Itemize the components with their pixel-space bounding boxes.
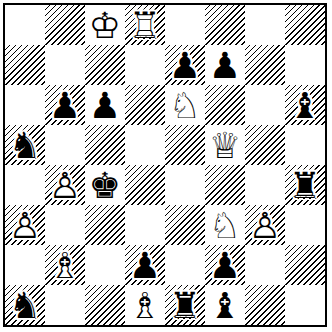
square-b8[interactable] xyxy=(45,5,85,45)
square-g6[interactable] xyxy=(245,85,285,125)
square-d5[interactable] xyxy=(125,125,165,165)
piece-glyph: ♝ xyxy=(285,85,325,125)
piece-white-king: ♚♔ xyxy=(85,5,125,45)
piece-black-pawn: ♟ xyxy=(205,245,245,285)
square-h5[interactable] xyxy=(285,125,325,165)
square-h8[interactable] xyxy=(285,5,325,45)
square-d2[interactable]: ♟ xyxy=(125,245,165,285)
piece-outline-layer: ♖ xyxy=(125,5,165,45)
piece-glyph: ♜ xyxy=(285,165,325,205)
chess-board: ♚♔♜♖♟♟♟♟♞♘♝♞♛♕♟♙♚♜♟♙♞♘♟♙♝♗♟♟♞♝♗♜♝ xyxy=(5,5,325,325)
square-b2[interactable]: ♝♗ xyxy=(45,245,85,285)
square-g5[interactable] xyxy=(245,125,285,165)
piece-white-pawn: ♟♙ xyxy=(5,205,45,245)
square-c7[interactable] xyxy=(85,45,125,85)
square-h7[interactable] xyxy=(285,45,325,85)
square-e4[interactable] xyxy=(165,165,205,205)
square-d3[interactable] xyxy=(125,205,165,245)
piece-black-rook: ♜ xyxy=(165,285,205,325)
square-e3[interactable] xyxy=(165,205,205,245)
square-b1[interactable] xyxy=(45,285,85,325)
square-a4[interactable] xyxy=(5,165,45,205)
piece-white-bishop: ♝♗ xyxy=(45,245,85,285)
square-b4[interactable]: ♟♙ xyxy=(45,165,85,205)
square-e5[interactable] xyxy=(165,125,205,165)
square-b6[interactable]: ♟ xyxy=(45,85,85,125)
piece-glyph: ♝ xyxy=(205,285,245,325)
piece-outline-layer: ♗ xyxy=(125,285,165,325)
square-d7[interactable] xyxy=(125,45,165,85)
square-f4[interactable] xyxy=(205,165,245,205)
piece-black-pawn: ♟ xyxy=(85,85,125,125)
square-e6[interactable]: ♞♘ xyxy=(165,85,205,125)
square-a8[interactable] xyxy=(5,5,45,45)
piece-glyph: ♟ xyxy=(125,245,165,285)
piece-black-pawn: ♟ xyxy=(45,85,85,125)
square-a1[interactable]: ♞ xyxy=(5,285,45,325)
chess-board-frame: ♚♔♜♖♟♟♟♟♞♘♝♞♛♕♟♙♚♜♟♙♞♘♟♙♝♗♟♟♞♝♗♜♝ xyxy=(3,3,327,327)
piece-glyph: ♚ xyxy=(85,165,125,205)
square-d8[interactable]: ♜♖ xyxy=(125,5,165,45)
square-e8[interactable] xyxy=(165,5,205,45)
piece-white-pawn: ♟♙ xyxy=(245,205,285,245)
piece-black-pawn: ♟ xyxy=(165,45,205,85)
piece-outline-layer: ♔ xyxy=(85,5,125,45)
square-g8[interactable] xyxy=(245,5,285,45)
square-b3[interactable] xyxy=(45,205,85,245)
square-b7[interactable] xyxy=(45,45,85,85)
piece-glyph: ♞ xyxy=(5,125,45,165)
piece-outline-layer: ♘ xyxy=(165,85,205,125)
piece-white-pawn: ♟♙ xyxy=(45,165,85,205)
piece-black-bishop: ♝ xyxy=(205,285,245,325)
square-c8[interactable]: ♚♔ xyxy=(85,5,125,45)
piece-outline-layer: ♙ xyxy=(245,205,285,245)
piece-outline-layer: ♙ xyxy=(5,205,45,245)
piece-black-pawn: ♟ xyxy=(125,245,165,285)
piece-glyph: ♟ xyxy=(205,45,245,85)
piece-glyph: ♟ xyxy=(45,85,85,125)
square-d4[interactable] xyxy=(125,165,165,205)
square-e7[interactable]: ♟ xyxy=(165,45,205,85)
square-f5[interactable]: ♛♕ xyxy=(205,125,245,165)
piece-glyph: ♟ xyxy=(165,45,205,85)
piece-white-knight: ♞♘ xyxy=(165,85,205,125)
square-h3[interactable] xyxy=(285,205,325,245)
square-f1[interactable]: ♝ xyxy=(205,285,245,325)
square-c4[interactable]: ♚ xyxy=(85,165,125,205)
piece-black-knight: ♞ xyxy=(5,285,45,325)
piece-black-pawn: ♟ xyxy=(205,45,245,85)
square-b5[interactable] xyxy=(45,125,85,165)
square-h4[interactable]: ♜ xyxy=(285,165,325,205)
square-e2[interactable] xyxy=(165,245,205,285)
square-d6[interactable] xyxy=(125,85,165,125)
piece-outline-layer: ♘ xyxy=(205,205,245,245)
square-g7[interactable] xyxy=(245,45,285,85)
square-c5[interactable] xyxy=(85,125,125,165)
square-f7[interactable]: ♟ xyxy=(205,45,245,85)
square-f3[interactable]: ♞♘ xyxy=(205,205,245,245)
piece-black-bishop: ♝ xyxy=(285,85,325,125)
piece-white-knight: ♞♘ xyxy=(205,205,245,245)
square-a3[interactable]: ♟♙ xyxy=(5,205,45,245)
square-c1[interactable] xyxy=(85,285,125,325)
square-d1[interactable]: ♝♗ xyxy=(125,285,165,325)
square-g4[interactable] xyxy=(245,165,285,205)
piece-glyph: ♟ xyxy=(205,245,245,285)
square-a6[interactable] xyxy=(5,85,45,125)
square-c2[interactable] xyxy=(85,245,125,285)
piece-white-queen: ♛♕ xyxy=(205,125,245,165)
square-c6[interactable]: ♟ xyxy=(85,85,125,125)
square-a5[interactable]: ♞ xyxy=(5,125,45,165)
square-c3[interactable] xyxy=(85,205,125,245)
piece-glyph: ♞ xyxy=(5,285,45,325)
square-f8[interactable] xyxy=(205,5,245,45)
square-a2[interactable] xyxy=(5,245,45,285)
piece-black-rook: ♜ xyxy=(285,165,325,205)
square-g3[interactable]: ♟♙ xyxy=(245,205,285,245)
square-f6[interactable] xyxy=(205,85,245,125)
piece-black-knight: ♞ xyxy=(5,125,45,165)
square-h2[interactable] xyxy=(285,245,325,285)
piece-glyph: ♟ xyxy=(85,85,125,125)
piece-glyph: ♜ xyxy=(165,285,205,325)
square-e1[interactable]: ♜ xyxy=(165,285,205,325)
square-h1[interactable] xyxy=(285,285,325,325)
piece-white-bishop: ♝♗ xyxy=(125,285,165,325)
square-a7[interactable] xyxy=(5,45,45,85)
square-h6[interactable]: ♝ xyxy=(285,85,325,125)
piece-outline-layer: ♗ xyxy=(45,245,85,285)
piece-white-rook: ♜♖ xyxy=(125,5,165,45)
piece-outline-layer: ♙ xyxy=(45,165,85,205)
square-f2[interactable]: ♟ xyxy=(205,245,245,285)
piece-black-king: ♚ xyxy=(85,165,125,205)
square-g2[interactable] xyxy=(245,245,285,285)
square-g1[interactable] xyxy=(245,285,285,325)
piece-outline-layer: ♕ xyxy=(205,125,245,165)
